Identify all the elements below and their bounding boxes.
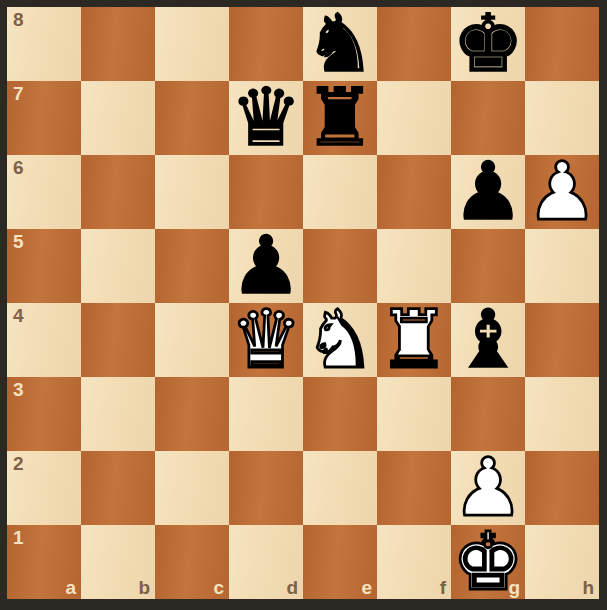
white-queen[interactable]: ♛ — [229, 303, 303, 377]
square-c4[interactable] — [155, 303, 229, 377]
square-d6[interactable] — [229, 155, 303, 229]
square-e2[interactable] — [303, 451, 377, 525]
square-f1[interactable]: f — [377, 525, 451, 599]
square-g8[interactable]: ♚ — [451, 7, 525, 81]
square-e8[interactable]: ♞ — [303, 7, 377, 81]
square-g1[interactable]: g♚ — [451, 525, 525, 599]
black-king[interactable]: ♚ — [451, 7, 525, 81]
white-knight[interactable]: ♞ — [303, 303, 377, 377]
square-h4[interactable] — [525, 303, 599, 377]
square-a2[interactable]: 2 — [7, 451, 81, 525]
square-g2[interactable]: ♟︎ — [451, 451, 525, 525]
white-pawn[interactable]: ♟︎ — [451, 451, 525, 525]
square-e1[interactable]: e — [303, 525, 377, 599]
square-e4[interactable]: ♞ — [303, 303, 377, 377]
square-h1[interactable]: h — [525, 525, 599, 599]
square-b8[interactable] — [81, 7, 155, 81]
square-g4[interactable]: ♝ — [451, 303, 525, 377]
square-f8[interactable] — [377, 7, 451, 81]
black-rook[interactable]: ♜ — [303, 81, 377, 155]
square-g3[interactable] — [451, 377, 525, 451]
square-c8[interactable] — [155, 7, 229, 81]
square-h5[interactable] — [525, 229, 599, 303]
square-a3[interactable]: 3 — [7, 377, 81, 451]
square-a5[interactable]: 5 — [7, 229, 81, 303]
file-label-g: g — [508, 578, 520, 597]
file-label-f: f — [440, 578, 446, 597]
square-h3[interactable] — [525, 377, 599, 451]
rank-label-4: 4 — [13, 306, 24, 325]
square-b1[interactable]: b — [81, 525, 155, 599]
rank-label-7: 7 — [13, 84, 24, 103]
square-c2[interactable] — [155, 451, 229, 525]
square-f7[interactable] — [377, 81, 451, 155]
rank-label-1: 1 — [13, 528, 24, 547]
square-f4[interactable]: ♜ — [377, 303, 451, 377]
square-b7[interactable] — [81, 81, 155, 155]
file-label-b: b — [138, 578, 150, 597]
square-a7[interactable]: 7 — [7, 81, 81, 155]
file-label-d: d — [286, 578, 298, 597]
square-d4[interactable]: ♛ — [229, 303, 303, 377]
rank-label-2: 2 — [13, 454, 24, 473]
square-e3[interactable] — [303, 377, 377, 451]
square-b4[interactable] — [81, 303, 155, 377]
square-f5[interactable] — [377, 229, 451, 303]
chess-board-frame: 8♞♚7♛♜6♟︎♟︎5♟︎4♛♞♜♝32♟︎1abcdefg♚h — [0, 0, 607, 610]
black-queen[interactable]: ♛ — [229, 81, 303, 155]
square-e7[interactable]: ♜ — [303, 81, 377, 155]
square-h6[interactable]: ♟︎ — [525, 155, 599, 229]
square-h8[interactable] — [525, 7, 599, 81]
black-pawn[interactable]: ♟︎ — [229, 229, 303, 303]
chess-board: 8♞♚7♛♜6♟︎♟︎5♟︎4♛♞♜♝32♟︎1abcdefg♚h — [7, 7, 599, 599]
rank-label-6: 6 — [13, 158, 24, 177]
square-d3[interactable] — [229, 377, 303, 451]
square-b6[interactable] — [81, 155, 155, 229]
square-g7[interactable] — [451, 81, 525, 155]
square-e6[interactable] — [303, 155, 377, 229]
square-d2[interactable] — [229, 451, 303, 525]
file-label-c: c — [213, 578, 224, 597]
square-a6[interactable]: 6 — [7, 155, 81, 229]
square-c3[interactable] — [155, 377, 229, 451]
square-b5[interactable] — [81, 229, 155, 303]
square-d5[interactable]: ♟︎ — [229, 229, 303, 303]
square-b3[interactable] — [81, 377, 155, 451]
square-f2[interactable] — [377, 451, 451, 525]
black-pawn[interactable]: ♟︎ — [451, 155, 525, 229]
square-h2[interactable] — [525, 451, 599, 525]
square-g5[interactable] — [451, 229, 525, 303]
square-c7[interactable] — [155, 81, 229, 155]
rank-label-8: 8 — [13, 10, 24, 29]
square-g6[interactable]: ♟︎ — [451, 155, 525, 229]
square-a1[interactable]: 1a — [7, 525, 81, 599]
square-a8[interactable]: 8 — [7, 7, 81, 81]
square-d1[interactable]: d — [229, 525, 303, 599]
black-bishop[interactable]: ♝ — [451, 303, 525, 377]
square-b2[interactable] — [81, 451, 155, 525]
square-d8[interactable] — [229, 7, 303, 81]
file-label-h: h — [582, 578, 594, 597]
square-a4[interactable]: 4 — [7, 303, 81, 377]
black-knight[interactable]: ♞ — [303, 7, 377, 81]
square-e5[interactable] — [303, 229, 377, 303]
rank-label-5: 5 — [13, 232, 24, 251]
square-c6[interactable] — [155, 155, 229, 229]
file-label-a: a — [65, 578, 76, 597]
white-pawn[interactable]: ♟︎ — [525, 155, 599, 229]
square-c5[interactable] — [155, 229, 229, 303]
square-c1[interactable]: c — [155, 525, 229, 599]
white-rook[interactable]: ♜ — [377, 303, 451, 377]
square-d7[interactable]: ♛ — [229, 81, 303, 155]
square-f6[interactable] — [377, 155, 451, 229]
square-f3[interactable] — [377, 377, 451, 451]
file-label-e: e — [361, 578, 372, 597]
square-h7[interactable] — [525, 81, 599, 155]
rank-label-3: 3 — [13, 380, 24, 399]
